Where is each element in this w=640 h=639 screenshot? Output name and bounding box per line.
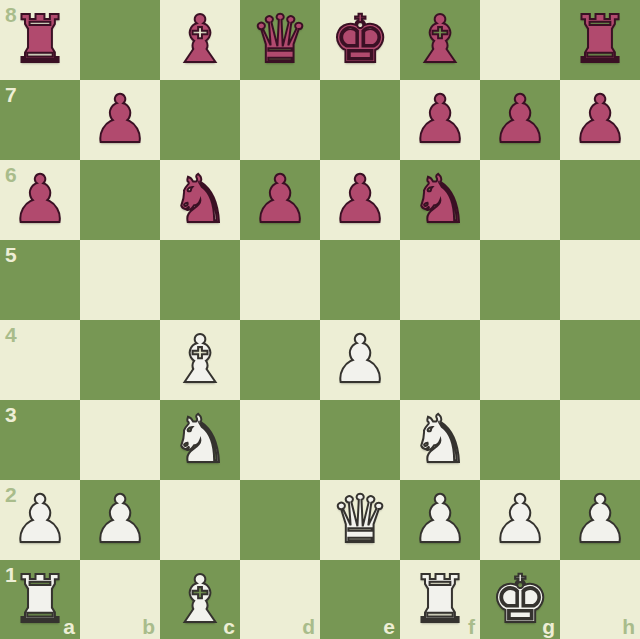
square-b3[interactable] [80, 400, 160, 480]
square-d8[interactable]: ♛ [240, 0, 320, 80]
piece-white-pawn-f2[interactable]: ♟ [400, 480, 480, 560]
piece-white-king-g1[interactable]: ♚ [480, 560, 560, 639]
square-e5[interactable] [320, 240, 400, 320]
rank-label-7: 7 [5, 84, 17, 105]
square-g1[interactable]: g♚ [480, 560, 560, 639]
square-b6[interactable] [80, 160, 160, 240]
piece-white-knight-f3[interactable]: ♞ [400, 400, 480, 480]
piece-black-knight-c6[interactable]: ♞ [160, 160, 240, 240]
square-a7[interactable]: 7 [0, 80, 80, 160]
square-g2[interactable]: ♟ [480, 480, 560, 560]
piece-black-pawn-e6[interactable]: ♟ [320, 160, 400, 240]
piece-black-bishop-c8[interactable]: ♝ [160, 0, 240, 80]
square-e1[interactable]: e [320, 560, 400, 639]
square-b4[interactable] [80, 320, 160, 400]
square-c8[interactable]: ♝ [160, 0, 240, 80]
square-d4[interactable] [240, 320, 320, 400]
square-a4[interactable]: 4 [0, 320, 80, 400]
square-b8[interactable] [80, 0, 160, 80]
square-c3[interactable]: ♞ [160, 400, 240, 480]
square-h6[interactable] [560, 160, 640, 240]
square-e4[interactable]: ♟ [320, 320, 400, 400]
piece-black-knight-f6[interactable]: ♞ [400, 160, 480, 240]
piece-black-rook-a8[interactable]: ♜ [0, 0, 80, 80]
square-h4[interactable] [560, 320, 640, 400]
square-c4[interactable]: ♝ [160, 320, 240, 400]
square-h7[interactable]: ♟ [560, 80, 640, 160]
square-d1[interactable]: d [240, 560, 320, 639]
square-g6[interactable] [480, 160, 560, 240]
piece-black-pawn-d6[interactable]: ♟ [240, 160, 320, 240]
piece-black-rook-h8[interactable]: ♜ [560, 0, 640, 80]
piece-white-pawn-b2[interactable]: ♟ [80, 480, 160, 560]
square-a8[interactable]: 8♜ [0, 0, 80, 80]
square-h5[interactable] [560, 240, 640, 320]
piece-white-pawn-a2[interactable]: ♟ [0, 480, 80, 560]
piece-black-pawn-h7[interactable]: ♟ [560, 80, 640, 160]
square-d3[interactable] [240, 400, 320, 480]
piece-black-pawn-g7[interactable]: ♟ [480, 80, 560, 160]
square-a1[interactable]: 1a♜ [0, 560, 80, 639]
piece-white-rook-f1[interactable]: ♜ [400, 560, 480, 639]
rank-label-4: 4 [5, 324, 17, 345]
square-f8[interactable]: ♝ [400, 0, 480, 80]
square-f4[interactable] [400, 320, 480, 400]
rank-label-5: 5 [5, 244, 17, 265]
square-b2[interactable]: ♟ [80, 480, 160, 560]
file-label-h: h [622, 616, 635, 637]
square-e2[interactable]: ♛ [320, 480, 400, 560]
piece-black-pawn-f7[interactable]: ♟ [400, 80, 480, 160]
chess-board: 8♜♝♛♚♝♜7♟♟♟♟6♟♞♟♟♞54♝♟3♞♞2♟♟♛♟♟♟1a♜bc♝de… [0, 0, 640, 639]
piece-white-rook-a1[interactable]: ♜ [0, 560, 80, 639]
file-label-b: b [142, 616, 155, 637]
square-g5[interactable] [480, 240, 560, 320]
piece-white-knight-c3[interactable]: ♞ [160, 400, 240, 480]
square-f3[interactable]: ♞ [400, 400, 480, 480]
square-a6[interactable]: 6♟ [0, 160, 80, 240]
square-e7[interactable] [320, 80, 400, 160]
square-f6[interactable]: ♞ [400, 160, 480, 240]
square-a2[interactable]: 2♟ [0, 480, 80, 560]
square-c1[interactable]: c♝ [160, 560, 240, 639]
square-h2[interactable]: ♟ [560, 480, 640, 560]
piece-black-pawn-b7[interactable]: ♟ [80, 80, 160, 160]
piece-black-bishop-f8[interactable]: ♝ [400, 0, 480, 80]
square-b7[interactable]: ♟ [80, 80, 160, 160]
square-c2[interactable] [160, 480, 240, 560]
piece-black-pawn-a6[interactable]: ♟ [0, 160, 80, 240]
square-f5[interactable] [400, 240, 480, 320]
square-g3[interactable] [480, 400, 560, 480]
square-d5[interactable] [240, 240, 320, 320]
piece-white-bishop-c4[interactable]: ♝ [160, 320, 240, 400]
square-e8[interactable]: ♚ [320, 0, 400, 80]
piece-black-queen-d8[interactable]: ♛ [240, 0, 320, 80]
square-g8[interactable] [480, 0, 560, 80]
square-g7[interactable]: ♟ [480, 80, 560, 160]
square-g4[interactable] [480, 320, 560, 400]
piece-black-king-e8[interactable]: ♚ [320, 0, 400, 80]
square-e6[interactable]: ♟ [320, 160, 400, 240]
square-h1[interactable]: h [560, 560, 640, 639]
square-f1[interactable]: f♜ [400, 560, 480, 639]
square-a5[interactable]: 5 [0, 240, 80, 320]
square-h8[interactable]: ♜ [560, 0, 640, 80]
square-c6[interactable]: ♞ [160, 160, 240, 240]
square-a3[interactable]: 3 [0, 400, 80, 480]
piece-white-pawn-e4[interactable]: ♟ [320, 320, 400, 400]
square-c7[interactable] [160, 80, 240, 160]
square-f2[interactable]: ♟ [400, 480, 480, 560]
square-d2[interactable] [240, 480, 320, 560]
square-h3[interactable] [560, 400, 640, 480]
square-b5[interactable] [80, 240, 160, 320]
piece-white-pawn-g2[interactable]: ♟ [480, 480, 560, 560]
piece-white-bishop-c1[interactable]: ♝ [160, 560, 240, 639]
square-b1[interactable]: b [80, 560, 160, 639]
square-e3[interactable] [320, 400, 400, 480]
file-label-d: d [302, 616, 315, 637]
rank-label-3: 3 [5, 404, 17, 425]
piece-white-pawn-h2[interactable]: ♟ [560, 480, 640, 560]
piece-white-queen-e2[interactable]: ♛ [320, 480, 400, 560]
square-d7[interactable] [240, 80, 320, 160]
square-f7[interactable]: ♟ [400, 80, 480, 160]
square-d6[interactable]: ♟ [240, 160, 320, 240]
square-c5[interactable] [160, 240, 240, 320]
file-label-e: e [383, 616, 395, 637]
